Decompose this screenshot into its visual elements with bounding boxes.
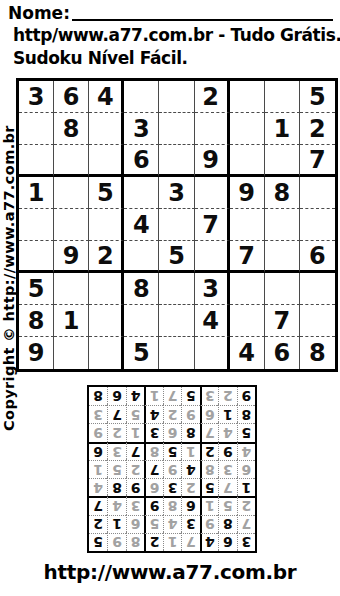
solution-cell-r1c3: 4 (200, 533, 218, 551)
solution-cell-r6c1: 4 (237, 442, 255, 460)
main-cell-r4c5: 3 (159, 177, 194, 209)
site-title: http/www.a77.com.br - Tudo Grátis. (13, 25, 340, 45)
solution-cell-r3c7: 3 (126, 496, 144, 514)
main-cell-r9c9: 8 (300, 337, 335, 369)
solution-cell-r3c3: 1 (200, 496, 218, 514)
main-cell-r6c4[interactable] (124, 241, 159, 273)
solution-cell-r7c6: 3 (144, 423, 162, 441)
main-cell-r3c7[interactable] (230, 145, 265, 177)
solution-cell-r2c7: 6 (126, 515, 144, 533)
solution-cell-r4c8: 8 (107, 478, 125, 496)
solution-cell-r1c6: 2 (144, 533, 162, 551)
solution-cell-r3c8: 4 (107, 496, 125, 514)
solution-cell-r3c9: 7 (89, 496, 107, 514)
main-cell-r4c3: 5 (89, 177, 124, 209)
solution-cell-r6c7: 7 (126, 442, 144, 460)
main-cell-r1c9: 5 (300, 81, 335, 113)
main-cell-r1c8[interactable] (265, 81, 300, 113)
solution-cell-r6c6: 8 (144, 442, 162, 460)
main-cell-r1c6: 2 (195, 81, 230, 113)
solution-cell-r8c7: 5 (126, 405, 144, 423)
main-cell-r3c6: 9 (195, 145, 230, 177)
main-cell-r9c7: 4 (230, 337, 265, 369)
solution-cell-r2c9: 2 (89, 515, 107, 533)
solution-cell-r8c4: 9 (181, 405, 199, 423)
sudoku-main-grid: 364258312697153984792576583814795468 (16, 78, 338, 372)
main-cell-r9c6[interactable] (195, 337, 230, 369)
main-cell-r6c5: 5 (159, 241, 194, 273)
main-cell-r3c9: 7 (300, 145, 335, 177)
copyright-vertical-text: Copyright © http://www.a77.com.br (1, 125, 17, 431)
main-cell-r8c3[interactable] (89, 305, 124, 337)
main-cell-r3c3[interactable] (89, 145, 124, 177)
solution-cell-r8c2: 1 (218, 405, 236, 423)
difficulty-title: Sudoku Nível Fácil. (13, 48, 188, 68)
sudoku-solution-grid-rotated: 3647128957893456122516893471752369846384… (87, 385, 257, 553)
solution-cell-r8c6: 4 (144, 405, 162, 423)
main-cell-r8c5[interactable] (159, 305, 194, 337)
main-cell-r7c5[interactable] (159, 273, 194, 305)
main-cell-r5c1[interactable] (19, 209, 54, 241)
solution-cell-r2c6: 5 (144, 515, 162, 533)
solution-cell-r6c2: 9 (218, 442, 236, 460)
solution-cell-r2c4: 3 (181, 515, 199, 533)
solution-cell-r9c3: 3 (200, 387, 218, 405)
main-cell-r8c2: 1 (54, 305, 89, 337)
solution-cell-r9c2: 2 (218, 387, 236, 405)
solution-cell-r5c2: 3 (218, 460, 236, 478)
solution-cell-r5c6: 7 (144, 460, 162, 478)
main-cell-r7c8[interactable] (265, 273, 300, 305)
name-label: Nome: (8, 3, 70, 23)
solution-cell-r1c1: 3 (237, 533, 255, 551)
main-cell-r4c8: 8 (265, 177, 300, 209)
solution-cell-r9c5: 7 (163, 387, 181, 405)
solution-cell-r9c7: 4 (126, 387, 144, 405)
solution-cell-r6c3: 2 (200, 442, 218, 460)
solution-cell-r4c2: 7 (218, 478, 236, 496)
solution-cell-r3c4: 6 (181, 496, 199, 514)
main-cell-r5c3[interactable] (89, 209, 124, 241)
solution-cell-r5c8: 5 (107, 460, 125, 478)
solution-cell-r4c1: 1 (237, 478, 255, 496)
solution-cell-r9c6: 1 (144, 387, 162, 405)
solution-cell-r4c6: 6 (144, 478, 162, 496)
solution-cell-r7c2: 4 (218, 423, 236, 441)
main-cell-r4c2[interactable] (54, 177, 89, 209)
main-cell-r5c2[interactable] (54, 209, 89, 241)
main-cell-r5c9[interactable] (300, 209, 335, 241)
solution-cell-r2c8: 1 (107, 515, 125, 533)
main-cell-r7c4: 8 (124, 273, 159, 305)
main-cell-r2c1[interactable] (19, 113, 54, 145)
name-row: Nome: (8, 3, 333, 23)
main-cell-r3c4: 6 (124, 145, 159, 177)
main-cell-r4c4[interactable] (124, 177, 159, 209)
main-cell-r8c6: 4 (195, 305, 230, 337)
main-cell-r9c8: 6 (265, 337, 300, 369)
solution-cell-r9c1: 9 (237, 387, 255, 405)
main-cell-r1c7[interactable] (230, 81, 265, 113)
solution-cell-r6c4: 1 (181, 442, 199, 460)
main-cell-r1c4[interactable] (124, 81, 159, 113)
solution-cell-r6c9: 6 (89, 442, 107, 460)
main-cell-r7c3[interactable] (89, 273, 124, 305)
main-cell-r2c6[interactable] (195, 113, 230, 145)
main-cell-r1c5[interactable] (159, 81, 194, 113)
solution-cell-r4c5: 3 (163, 478, 181, 496)
solution-cell-r2c5: 4 (163, 515, 181, 533)
solution-cell-r5c1: 6 (237, 460, 255, 478)
main-cell-r8c8: 7 (265, 305, 300, 337)
solution-cell-r8c3: 6 (200, 405, 218, 423)
solution-cell-r7c5: 6 (163, 423, 181, 441)
solution-cell-r7c1: 5 (237, 423, 255, 441)
solution-cell-r7c8: 2 (107, 423, 125, 441)
main-cell-r8c7[interactable] (230, 305, 265, 337)
solution-cell-r1c2: 6 (218, 533, 236, 551)
solution-cell-r4c3: 5 (200, 478, 218, 496)
main-cell-r4c6[interactable] (195, 177, 230, 209)
main-cell-r1c1: 3 (19, 81, 54, 113)
solution-cell-r8c8: 7 (107, 405, 125, 423)
main-cell-r3c5[interactable] (159, 145, 194, 177)
solution-cell-r3c5: 8 (163, 496, 181, 514)
main-cell-r2c2: 8 (54, 113, 89, 145)
main-cell-r7c2[interactable] (54, 273, 89, 305)
main-cell-r2c3[interactable] (89, 113, 124, 145)
solution-cell-r5c5: 9 (163, 460, 181, 478)
main-cell-r8c4[interactable] (124, 305, 159, 337)
main-cell-r6c3: 2 (89, 241, 124, 273)
solution-cell-r7c7: 1 (126, 423, 144, 441)
main-cell-r2c4: 3 (124, 113, 159, 145)
solution-cell-r3c1: 2 (237, 496, 255, 514)
main-cell-r9c5[interactable] (159, 337, 194, 369)
main-cell-r1c2: 6 (54, 81, 89, 113)
solution-cell-r2c2: 8 (218, 515, 236, 533)
main-cell-r9c2[interactable] (54, 337, 89, 369)
main-cell-r4c9[interactable] (300, 177, 335, 209)
solution-cell-r3c6: 9 (144, 496, 162, 514)
footer-url: http://www.a77.com.br (0, 560, 340, 584)
solution-cell-r8c1: 8 (237, 405, 255, 423)
solution-cell-r1c7: 8 (126, 533, 144, 551)
solution-cell-r4c9: 4 (89, 478, 107, 496)
main-cell-r7c1: 5 (19, 273, 54, 305)
main-cell-r4c7: 9 (230, 177, 265, 209)
main-cell-r5c4: 4 (124, 209, 159, 241)
main-cell-r7c9[interactable] (300, 273, 335, 305)
solution-cell-r9c9: 8 (89, 387, 107, 405)
main-cell-r9c1: 9 (19, 337, 54, 369)
solution-cell-r5c3: 8 (200, 460, 218, 478)
main-cell-r3c2[interactable] (54, 145, 89, 177)
main-cell-r6c8[interactable] (265, 241, 300, 273)
main-cell-r9c3[interactable] (89, 337, 124, 369)
main-cell-r6c6[interactable] (195, 241, 230, 273)
solution-cell-r4c7: 9 (126, 478, 144, 496)
main-cell-r6c9: 6 (300, 241, 335, 273)
main-cell-r7c6: 3 (195, 273, 230, 305)
main-cell-r5c5[interactable] (159, 209, 194, 241)
main-cell-r1c3: 4 (89, 81, 124, 113)
main-cell-r6c2: 9 (54, 241, 89, 273)
main-cell-r2c9: 2 (300, 113, 335, 145)
solution-cell-r6c8: 3 (107, 442, 125, 460)
solution-cell-r8c9: 3 (89, 405, 107, 423)
solution-cell-r8c5: 2 (163, 405, 181, 423)
solution-cell-r2c1: 7 (237, 515, 255, 533)
main-cell-r9c4: 5 (124, 337, 159, 369)
solution-cell-r3c2: 5 (218, 496, 236, 514)
solution-cell-r2c3: 9 (200, 515, 218, 533)
main-cell-r8c9[interactable] (300, 305, 335, 337)
solution-cell-r5c9: 1 (89, 460, 107, 478)
solution-cell-r7c3: 7 (200, 423, 218, 441)
main-cell-r6c7: 7 (230, 241, 265, 273)
main-cell-r2c7[interactable] (230, 113, 265, 145)
main-cell-r3c8[interactable] (265, 145, 300, 177)
solution-cell-r7c9: 9 (89, 423, 107, 441)
solution-cell-r9c8: 6 (107, 387, 125, 405)
main-cell-r5c6: 7 (195, 209, 230, 241)
main-cell-r4c1: 1 (19, 177, 54, 209)
solution-cell-r1c4: 7 (181, 533, 199, 551)
solution-cell-r9c4: 5 (181, 387, 199, 405)
name-input-line[interactable] (72, 19, 333, 21)
solution-cell-r1c9: 5 (89, 533, 107, 551)
main-cell-r5c7[interactable] (230, 209, 265, 241)
solution-cell-r4c4: 2 (181, 478, 199, 496)
main-cell-r8c1: 8 (19, 305, 54, 337)
solution-cell-r7c4: 8 (181, 423, 199, 441)
main-cell-r6c1[interactable] (19, 241, 54, 273)
solution-cell-r5c4: 4 (181, 460, 199, 478)
main-cell-r5c8[interactable] (265, 209, 300, 241)
main-cell-r2c5[interactable] (159, 113, 194, 145)
solution-cell-r6c5: 5 (163, 442, 181, 460)
solution-cell-r1c5: 1 (163, 533, 181, 551)
solution-cell-r1c8: 9 (107, 533, 125, 551)
main-cell-r3c1[interactable] (19, 145, 54, 177)
main-cell-r7c7[interactable] (230, 273, 265, 305)
solution-cell-r5c7: 2 (126, 460, 144, 478)
sudoku-sheet: Nome: http/www.a77.com.br - Tudo Grátis.… (0, 0, 340, 596)
main-cell-r2c8: 1 (265, 113, 300, 145)
